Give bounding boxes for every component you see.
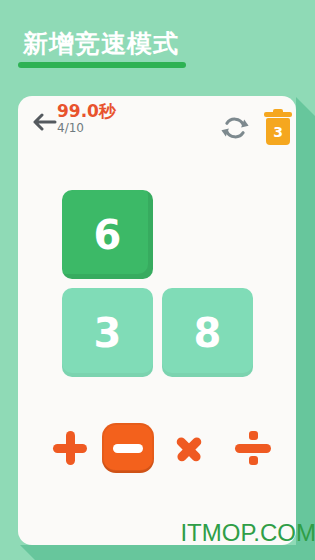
- operator-divide-button[interactable]: [235, 431, 271, 465]
- watermark-text: ITMOP.COM: [180, 519, 315, 547]
- timer-block: 99.0秒 4/10: [57, 103, 116, 134]
- banner-title: 新增竞速模式: [23, 27, 179, 60]
- banner-title-underline: [18, 62, 186, 68]
- tile-board: 6 3 8: [62, 190, 253, 377]
- trash-count-badge: 3: [266, 118, 290, 145]
- operator-add-button[interactable]: [53, 431, 87, 465]
- tile-number[interactable]: 8: [162, 288, 253, 377]
- trash-button[interactable]: 3: [264, 109, 292, 146]
- back-arrow-icon: [31, 113, 57, 135]
- board-cell-empty: [162, 190, 253, 279]
- round-progress: 4/10: [57, 122, 116, 135]
- app-screen: 新增竞速模式 99.0秒 4/10: [0, 0, 315, 560]
- refresh-button[interactable]: [220, 113, 250, 143]
- back-button[interactable]: [30, 112, 58, 136]
- tile-number[interactable]: 3: [62, 288, 153, 377]
- timer-value: 99.0秒: [57, 103, 116, 121]
- refresh-icon: [220, 128, 250, 147]
- minus-icon: [113, 444, 143, 453]
- operator-multiply-button[interactable]: [168, 428, 210, 470]
- tile-number[interactable]: 6: [62, 190, 153, 279]
- operator-subtract-button-selected[interactable]: [102, 423, 154, 473]
- divide-icon: [249, 431, 258, 440]
- game-card: 99.0秒 4/10 3 6 3: [18, 96, 296, 545]
